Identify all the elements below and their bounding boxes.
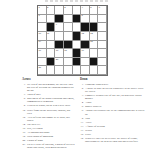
black-cell <box>47 58 56 67</box>
grid-cell <box>73 41 82 50</box>
grid-cell <box>47 49 56 58</box>
black-cell <box>81 41 90 50</box>
cell-number: 10 <box>38 32 41 35</box>
cell-number: 7 <box>38 14 39 17</box>
grid-cell <box>55 66 64 75</box>
clue-text: Thin <box>85 117 146 120</box>
down-clue-list: 1.Language spoken here2.A guide to what … <box>80 83 146 143</box>
crossword-page: 123456789101112131415161718192021 Across… <box>0 0 150 150</box>
grid-cell <box>98 23 107 32</box>
cell-number: 4 <box>82 6 83 9</box>
cell-number: 11 <box>47 32 49 35</box>
grid-cell: 16 <box>38 49 47 58</box>
clue-text: Arrive <box>85 121 146 124</box>
black-cell <box>81 23 90 32</box>
clue-item: 5.Mostly proceed <box>80 105 146 108</box>
down-clues: Down 1.Language spoken here2.A guide to … <box>80 78 146 144</box>
grid-cell <box>64 15 73 24</box>
clue-item: 12.Area in fields and almost all at work… <box>22 116 75 122</box>
black-cell <box>47 23 56 32</box>
grid-cell: 1 <box>38 6 47 15</box>
cell-number: 16 <box>38 49 41 52</box>
clue-item: 8.Movement of the hands regarding agreem… <box>22 97 75 103</box>
clue-item: 4.Avoid <box>80 101 146 104</box>
grid-cell <box>90 49 99 58</box>
grid-cell <box>73 66 82 75</box>
clue-text: Express in words; speak with a new voice <box>27 104 75 107</box>
clue-item: 6.Another overlapped line as the combina… <box>80 109 146 115</box>
grid-cell: 9 <box>55 23 64 32</box>
cell-number: 20 <box>56 58 59 61</box>
clue-item: 9.Express in words; speak with a new voi… <box>22 104 75 107</box>
black-cell <box>73 15 82 24</box>
grid-cell <box>64 23 73 32</box>
clue-text: Mostly proceed <box>85 105 146 108</box>
grid-cell <box>47 15 56 24</box>
clue-item: 1.Language spoken here <box>80 83 146 86</box>
clue-item: 17.Depart <box>80 129 146 132</box>
clue-text: Language spoken here <box>85 83 146 86</box>
grid-cell: 14 <box>38 41 47 50</box>
clue-item: 1.We talk of our own moods; the speech I… <box>22 83 75 92</box>
grid-cell <box>64 58 73 67</box>
across-title: Across <box>22 78 75 82</box>
grid-cell <box>81 58 90 67</box>
grid-cell: 10 <box>38 32 47 41</box>
grid-cell <box>38 23 47 32</box>
cell-number: 1 <box>38 6 39 9</box>
clue-item: 9.Thin <box>80 117 146 120</box>
grid-cell <box>98 41 107 50</box>
clue-item: 16.As thoughts go round <box>22 131 75 134</box>
clue-text: Depart <box>85 129 146 132</box>
clue-text: Not used yet <box>27 123 75 126</box>
clue-text: Movement of the hands regarding agreemen… <box>27 97 75 103</box>
clue-item: 13.A figure of bearing <box>80 125 146 128</box>
grid-cell <box>38 58 47 67</box>
grid-cell <box>98 66 107 75</box>
grid-cell <box>55 32 64 41</box>
clue-text: Put by a place of junction, a group of s… <box>27 143 75 150</box>
cell-number: 9 <box>56 23 57 26</box>
clue-item: 19.Whatever you else never have the parc… <box>80 137 146 143</box>
cell-number: 5 <box>90 6 91 9</box>
grid-cell <box>98 15 107 24</box>
clue-item: 10.Order from energy outwards; colours, … <box>22 109 75 115</box>
grid-cell: 15 <box>90 41 99 50</box>
grid-cell: 19 <box>81 49 90 58</box>
clue-text: Area in fields and almost all at work; h… <box>27 116 75 122</box>
clue-text: We talk of our own moods; the speech I a… <box>27 83 75 92</box>
grid-cell: 8 <box>81 15 90 24</box>
clue-text: Order from energy outwards; colours, not… <box>27 109 75 115</box>
clue-item: 20.Colour of night <box>22 139 75 142</box>
grid-cell: 4 <box>81 6 90 15</box>
grid-cell <box>55 6 64 15</box>
black-cell <box>90 58 99 67</box>
black-cell <box>73 58 82 67</box>
grid-cell <box>98 32 107 41</box>
clue-text: A guide to what an area or workplace in … <box>85 87 146 93</box>
black-cell <box>73 32 82 41</box>
cell-number: 6 <box>99 6 100 9</box>
black-cell <box>90 23 99 32</box>
black-cell <box>73 49 82 58</box>
clue-item: 14.Not used yet <box>22 123 75 126</box>
grid-cell: 13 <box>90 32 99 41</box>
cell-number: 21 <box>38 66 41 69</box>
clue-item: 7.Town of note <box>22 93 75 96</box>
cell-number: 3 <box>64 6 65 9</box>
clue-text: Peace <box>85 133 146 136</box>
clue-text: Complete without care of any use; an oth… <box>85 94 146 100</box>
cell-number: 13 <box>90 32 93 35</box>
grid-cell: 3 <box>64 6 73 15</box>
grid-cell: 2 <box>47 6 56 15</box>
black-cell <box>64 41 73 50</box>
down-title: Down <box>80 78 146 82</box>
grid-cell <box>90 15 99 24</box>
clue-text: Town of note <box>27 93 75 96</box>
clue-text: Still, it's length <box>27 127 75 130</box>
cell-number: 17 <box>56 49 59 52</box>
clue-text: Whatever you else never have the parcel … <box>85 137 146 143</box>
clue-text: Dark colour of mourning <box>27 135 75 138</box>
across-clue-list: 1.We talk of our own moods; the speech I… <box>22 83 75 150</box>
cell-number: 12 <box>82 32 85 35</box>
page-header-text-remnant <box>45 0 109 2</box>
grid-cell: 6 <box>98 6 107 15</box>
cell-number: 18 <box>64 49 67 52</box>
black-cell <box>55 41 64 50</box>
grid-cell <box>64 32 73 41</box>
grid-cell <box>98 58 107 67</box>
grid-cell: 7 <box>38 15 47 24</box>
grid-cell: 18 <box>64 49 73 58</box>
grid-cell <box>81 66 90 75</box>
cell-number: 8 <box>82 14 83 17</box>
grid-cell <box>73 6 82 15</box>
cell-number: 19 <box>82 49 85 52</box>
black-cell <box>55 15 64 24</box>
clue-item: 21.Put by a place of junction, a group o… <box>22 143 75 150</box>
cell-number: 14 <box>38 40 41 43</box>
grid-cell <box>73 23 82 32</box>
grid-cell: 21 <box>38 66 47 75</box>
grid-cell: 12 <box>81 32 90 41</box>
clue-text: Another overlapped line as the combinati… <box>85 109 146 115</box>
grid-cell <box>98 49 107 58</box>
across-clues: Across 1.We talk of our own moods; the s… <box>22 78 75 150</box>
clue-text: Colour of night <box>27 139 75 142</box>
cell-number: 2 <box>47 6 48 9</box>
grid-cell: 17 <box>55 49 64 58</box>
crossword-grid: 123456789101112131415161718192021 <box>37 5 108 76</box>
grid-cell <box>47 66 56 75</box>
clue-item: 18.Peace <box>80 133 146 136</box>
clue-item: 2.A guide to what an area or workplace i… <box>80 87 146 93</box>
clue-item: 11.Arrive <box>80 121 146 124</box>
clue-item: 3.Complete without care of any use; an o… <box>80 94 146 100</box>
grid-cell: 11 <box>47 32 56 41</box>
clue-item: 15.Still, it's length <box>22 127 75 130</box>
grid-cell: 20 <box>55 58 64 67</box>
clue-text: As thoughts go round <box>27 131 75 134</box>
grid-cell <box>47 41 56 50</box>
grid-cell <box>64 66 73 75</box>
grid-cell <box>90 66 99 75</box>
clue-text: A figure of bearing <box>85 125 146 128</box>
cell-number: 15 <box>90 40 93 43</box>
clue-text: Avoid <box>85 101 146 104</box>
grid-cell: 5 <box>90 6 99 15</box>
clue-item: 19.Dark colour of mourning <box>22 135 75 138</box>
